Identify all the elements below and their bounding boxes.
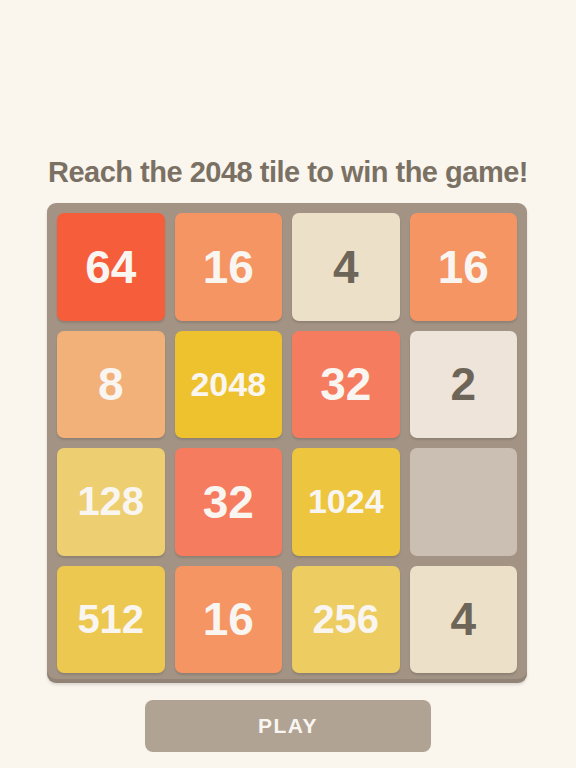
tile-64: 64 bbox=[57, 213, 165, 321]
tile-128: 128 bbox=[57, 448, 165, 556]
tile-2048: 2048 bbox=[175, 331, 283, 439]
tile-16: 16 bbox=[175, 566, 283, 674]
page-title: Reach the 2048 tile to win the game! bbox=[0, 150, 576, 194]
tile-32: 32 bbox=[175, 448, 283, 556]
board[interactable]: 641641682048322128321024512162564 bbox=[47, 203, 527, 683]
tile-256: 256 bbox=[292, 566, 400, 674]
tile-512: 512 bbox=[57, 566, 165, 674]
tile-16: 16 bbox=[175, 213, 283, 321]
tile-16: 16 bbox=[410, 213, 518, 321]
tile-1024: 1024 bbox=[292, 448, 400, 556]
tile-32: 32 bbox=[292, 331, 400, 439]
page: Reach the 2048 tile to win the game! 641… bbox=[0, 0, 576, 768]
tile-4: 4 bbox=[410, 566, 518, 674]
tile-2: 2 bbox=[410, 331, 518, 439]
play-button[interactable]: PLAY bbox=[145, 700, 431, 752]
empty-cell bbox=[410, 448, 518, 556]
tile-4: 4 bbox=[292, 213, 400, 321]
tile-8: 8 bbox=[57, 331, 165, 439]
